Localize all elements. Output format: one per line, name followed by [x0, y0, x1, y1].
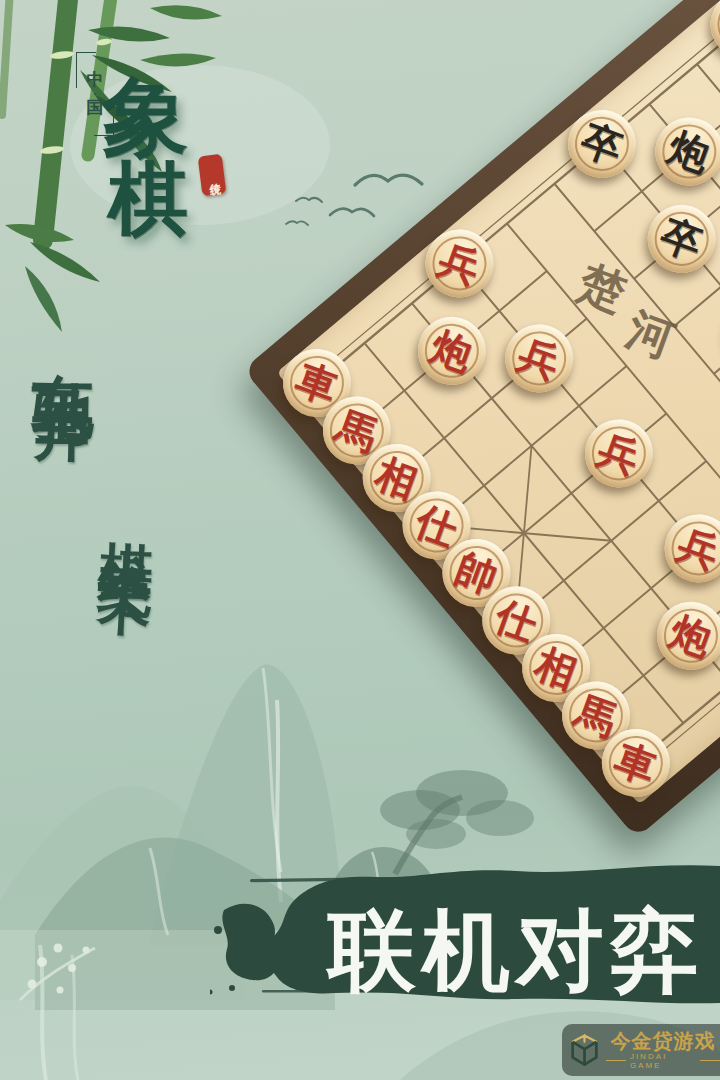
xiangqi-piece-red-兵[interactable]: 兵: [651, 501, 720, 597]
xiangqi-piece-black-卒[interactable]: 卒: [634, 191, 720, 287]
xiangqi-piece-red-炮[interactable]: 炮: [643, 588, 720, 684]
xiangqi-piece-black-卒[interactable]: 卒: [713, 286, 720, 382]
piece-glyph: 炮: [408, 307, 495, 394]
watermark-dash: [606, 1060, 626, 1061]
watermark-dash: [700, 1060, 720, 1061]
piece-glyph: 炮: [646, 108, 720, 195]
piece-glyph: 兵: [496, 315, 583, 402]
piece-glyph: 車: [701, 0, 720, 68]
piece-glyph: 炮: [647, 592, 720, 679]
slogan-column-1: 车驰马奔: [22, 321, 107, 362]
banner-label[interactable]: 联机对弈: [328, 892, 704, 1011]
slogan-column-2: 棋术绝天下: [90, 496, 166, 560]
bird-icon: [330, 209, 374, 216]
tree-foliage: [380, 770, 534, 849]
piece-glyph: 兵: [655, 505, 720, 592]
logo-country-char: 国: [87, 98, 104, 118]
cube-box-icon: [569, 1031, 600, 1069]
seal-text: 传统: [204, 173, 219, 177]
xiangqi-piece-black-卒[interactable]: 卒: [554, 96, 650, 192]
watermark: 今金贷游戏 JINDAI GAME: [562, 1024, 720, 1076]
bird-icon: [296, 198, 322, 202]
xiangqi-piece-red-兵[interactable]: 兵: [491, 311, 587, 407]
xiangqi-piece-black-車[interactable]: 車: [697, 0, 720, 72]
bird-icon: [355, 175, 422, 185]
xiangqi-piece-red-炮[interactable]: 炮: [404, 303, 500, 399]
splash-screen: 中 · 国 象 棋 传统 车驰马奔 棋术绝天下: [0, 0, 720, 1080]
piece-glyph: 兵: [575, 410, 662, 497]
piece-glyph: 卒: [638, 195, 720, 282]
bird-icon: [286, 221, 308, 225]
xiangqi-piece-red-兵[interactable]: 兵: [412, 216, 508, 312]
xiangqi-piece-black-炮[interactable]: 炮: [641, 104, 720, 200]
watermark-name: 今金贷游戏: [610, 1031, 715, 1051]
piece-glyph: 卒: [558, 100, 645, 187]
logo-country-char: 中: [87, 70, 104, 90]
xiangqi-piece-red-兵[interactable]: 兵: [571, 406, 667, 502]
watermark-subtitle: JINDAI GAME: [630, 1052, 696, 1070]
logo-title-char-qi: 棋: [108, 146, 188, 254]
piece-glyph: 兵: [416, 220, 503, 307]
tradition-seal: 传统: [198, 154, 227, 197]
